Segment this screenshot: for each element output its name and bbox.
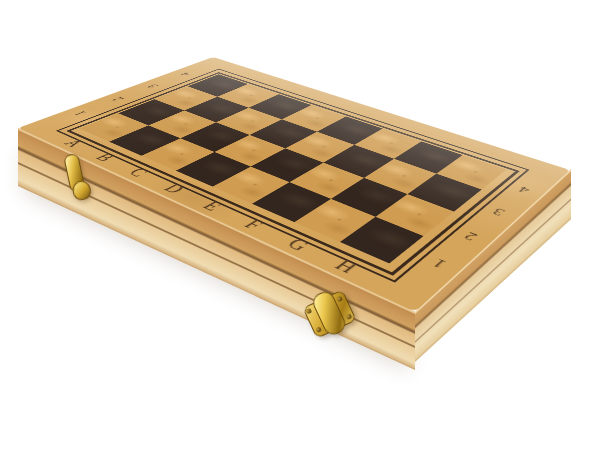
chess-box-photo: ABCDEFGH11223344 — [0, 0, 600, 450]
clasp-hook — [71, 179, 93, 201]
